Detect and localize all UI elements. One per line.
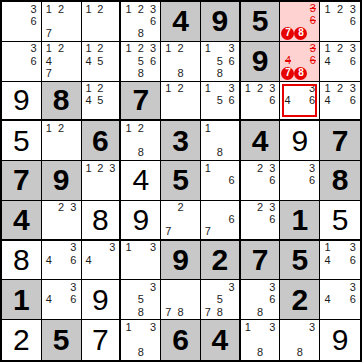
cell-r6c1[interactable]: 4 bbox=[2, 201, 42, 241]
candidate-3: 3 bbox=[147, 281, 159, 293]
cell-r6c4[interactable]: 9 bbox=[121, 201, 161, 241]
candidate-grid: 138 bbox=[121, 320, 160, 360]
given-digit: 4 bbox=[172, 6, 189, 36]
candidate-1: 1 bbox=[202, 162, 214, 174]
candidate-grid: 346 bbox=[320, 280, 360, 319]
candidate-empty bbox=[254, 334, 266, 347]
cell-r7c2[interactable]: 346 bbox=[42, 241, 82, 281]
candidate-empty bbox=[122, 334, 134, 347]
candidate-8: 8 bbox=[214, 67, 226, 79]
candidate-empty bbox=[334, 55, 347, 67]
candidate-1: 1 bbox=[321, 3, 334, 15]
candidate-empty bbox=[334, 294, 347, 306]
candidate-grid: 12 bbox=[82, 2, 120, 41]
candidate-empty bbox=[147, 28, 159, 40]
candidate-empty bbox=[281, 15, 294, 27]
candidate-empty bbox=[174, 226, 186, 238]
candidate-empty bbox=[67, 55, 79, 67]
candidate-empty bbox=[266, 106, 278, 118]
candidate-6: 6 bbox=[67, 294, 79, 306]
candidate-empty bbox=[266, 334, 278, 347]
candidate-3: 3 bbox=[67, 281, 79, 293]
cell-r2c4[interactable]: 123568 bbox=[121, 42, 161, 82]
candidate-empty bbox=[55, 306, 67, 318]
candidate-4: 4 bbox=[321, 94, 334, 106]
cell-r4c1[interactable]: 5 bbox=[2, 121, 42, 161]
candidate-grid: 34 bbox=[82, 241, 120, 280]
cell-r7c3[interactable]: 34 bbox=[82, 241, 122, 281]
candidate-empty bbox=[254, 321, 266, 334]
candidate-empty bbox=[94, 106, 106, 118]
candidate-3: 3 bbox=[346, 242, 359, 254]
cell-r4c6[interactable]: 18 bbox=[201, 121, 241, 161]
candidate-empty bbox=[43, 306, 55, 318]
candidate-2: 2 bbox=[135, 122, 147, 134]
candidate-6: 6 bbox=[226, 214, 238, 226]
cell-r2c6[interactable]: 13568 bbox=[201, 42, 241, 82]
cell-r9c8[interactable]: 38 bbox=[280, 320, 320, 360]
given-digit: 3 bbox=[172, 126, 189, 156]
candidate-empty bbox=[83, 266, 95, 278]
given-digit: 7 bbox=[252, 245, 269, 275]
candidate-empty bbox=[294, 3, 307, 15]
candidate-6: 6 bbox=[226, 174, 238, 186]
candidate-empty bbox=[187, 281, 199, 293]
solved-digit: 2 bbox=[13, 325, 30, 355]
cell-r5c5[interactable]: 5 bbox=[161, 161, 201, 201]
candidate-empty bbox=[83, 28, 95, 40]
candidate-empty bbox=[55, 15, 67, 27]
cell-r8c9[interactable]: 346 bbox=[320, 280, 360, 320]
candidate-empty bbox=[242, 187, 254, 199]
candidate-grid: 3678 bbox=[280, 2, 319, 41]
given-digit: 9 bbox=[53, 165, 70, 195]
cell-r1c4[interactable]: 12368 bbox=[121, 2, 161, 42]
cell-r3c4[interactable]: 7 bbox=[121, 82, 161, 122]
candidate-empty bbox=[122, 135, 134, 147]
candidate-empty bbox=[187, 43, 199, 55]
candidate-empty bbox=[214, 135, 226, 147]
cell-r3c9[interactable]: 12346 bbox=[320, 82, 360, 122]
cell-r8c6[interactable]: 3578 bbox=[201, 280, 241, 320]
cell-r9c7[interactable]: 138 bbox=[241, 320, 281, 360]
candidate-empty bbox=[187, 67, 199, 79]
candidate-8: 8 bbox=[135, 28, 147, 40]
candidate-empty bbox=[106, 187, 118, 199]
cell-r4c4[interactable]: 128 bbox=[121, 121, 161, 161]
candidate-empty bbox=[202, 106, 214, 118]
candidate-grid: 128 bbox=[121, 121, 160, 160]
cell-r5c4[interactable]: 4 bbox=[121, 161, 161, 201]
candidate-3: 3 bbox=[226, 83, 238, 95]
candidate-empty bbox=[94, 187, 106, 199]
candidate-1: 1 bbox=[122, 321, 134, 334]
candidate-8: 8 bbox=[214, 147, 226, 159]
given-digit: 2 bbox=[211, 245, 228, 275]
candidate-empty bbox=[202, 202, 214, 214]
cell-r8c5[interactable]: 78 bbox=[161, 280, 201, 320]
candidate-3: 3 bbox=[306, 162, 318, 174]
candidate-3: 3 bbox=[266, 321, 278, 334]
given-digit: 9 bbox=[211, 6, 228, 36]
candidate-empty bbox=[67, 147, 79, 159]
candidate-empty bbox=[254, 281, 266, 293]
candidate-empty bbox=[55, 28, 67, 40]
candidate-8: 8 bbox=[135, 67, 147, 79]
cell-r6c9[interactable]: 5 bbox=[320, 201, 360, 241]
candidate-empty bbox=[294, 162, 306, 174]
cell-r2c3[interactable]: 1245 bbox=[82, 42, 122, 82]
candidate-6: 6 bbox=[266, 214, 278, 226]
candidate-3: 3 bbox=[67, 202, 79, 214]
candidate-empty bbox=[55, 226, 67, 238]
cell-r1c8[interactable]: 3678 bbox=[280, 2, 320, 42]
candidate-1: 1 bbox=[242, 83, 254, 95]
given-digit: 8 bbox=[332, 165, 349, 195]
candidate-empty bbox=[226, 226, 238, 238]
given-digit: 4 bbox=[211, 325, 228, 355]
candidate-empty bbox=[83, 187, 95, 199]
candidate-empty bbox=[294, 55, 307, 67]
cell-r7c6[interactable]: 2 bbox=[201, 241, 241, 281]
cell-r2c1[interactable]: 36 bbox=[2, 42, 42, 82]
candidate-empty bbox=[67, 226, 79, 238]
candidate-empty bbox=[281, 174, 293, 186]
candidate-2: 2 bbox=[94, 83, 106, 95]
cell-r7c1[interactable]: 8 bbox=[2, 241, 42, 281]
candidate-4: 4 bbox=[321, 254, 334, 266]
given-digit: 5 bbox=[172, 165, 189, 195]
cell-r8c1[interactable]: 1 bbox=[2, 280, 42, 320]
candidate-3: 3 bbox=[346, 281, 359, 293]
candidate-3: 3 bbox=[266, 162, 278, 174]
candidate-empty bbox=[55, 266, 67, 278]
candidate-2: 2 bbox=[254, 83, 266, 95]
candidate-3: 3 bbox=[346, 83, 359, 95]
candidate-empty bbox=[28, 28, 40, 40]
cell-r5c1[interactable]: 7 bbox=[2, 161, 42, 201]
cell-r9c6[interactable]: 4 bbox=[201, 320, 241, 360]
cell-r4c5[interactable]: 3 bbox=[161, 121, 201, 161]
candidate-empty bbox=[43, 226, 55, 238]
cell-r3c5[interactable]: 12 bbox=[161, 82, 201, 122]
candidate-empty bbox=[306, 334, 318, 347]
given-digit: 4 bbox=[252, 126, 269, 156]
cell-r8c3[interactable]: 9 bbox=[82, 280, 122, 320]
cell-r9c2[interactable]: 5 bbox=[42, 320, 82, 360]
given-digit: 9 bbox=[252, 46, 269, 76]
candidate-empty bbox=[122, 306, 134, 318]
candidate-empty bbox=[67, 15, 79, 27]
given-digit: 7 bbox=[13, 165, 30, 195]
candidate-empty bbox=[83, 106, 95, 118]
candidate-empty bbox=[135, 254, 147, 266]
cell-r3c1[interactable]: 9 bbox=[2, 82, 42, 122]
candidate-1: 1 bbox=[83, 43, 95, 55]
cell-r5c8[interactable]: 36 bbox=[280, 161, 320, 201]
candidate-empty bbox=[3, 3, 15, 15]
solved-digit: 7 bbox=[92, 325, 109, 355]
candidate-empty bbox=[334, 106, 347, 118]
candidate-empty bbox=[15, 28, 27, 40]
candidate-4: 4 bbox=[321, 294, 334, 306]
candidate-empty bbox=[202, 94, 214, 106]
cell-r2c9[interactable]: 12346 bbox=[320, 42, 360, 82]
cell-r1c2[interactable]: 127 bbox=[42, 2, 82, 42]
candidate-3: 3 bbox=[67, 242, 79, 254]
cell-r2c5[interactable]: 128 bbox=[161, 42, 201, 82]
candidate-5: 5 bbox=[135, 294, 147, 306]
cell-r8c4[interactable]: 358 bbox=[121, 280, 161, 320]
cell-r6c8[interactable]: 1 bbox=[280, 201, 320, 241]
cell-r3c3[interactable]: 1245 bbox=[82, 82, 122, 122]
candidate-empty bbox=[242, 334, 254, 347]
candidate-2: 2 bbox=[334, 43, 347, 55]
candidate-empty bbox=[214, 214, 226, 226]
candidate-empty bbox=[187, 214, 199, 226]
solved-digit: 5 bbox=[332, 205, 349, 235]
candidate-empty bbox=[226, 147, 238, 159]
candidate-grid: 368 bbox=[241, 280, 280, 319]
candidate-4: 4 bbox=[321, 55, 334, 67]
candidate-empty bbox=[147, 334, 159, 347]
cell-r4c7[interactable]: 4 bbox=[241, 121, 281, 161]
cell-r6c7[interactable]: 236 bbox=[241, 201, 281, 241]
candidate-6: 6 bbox=[307, 15, 318, 27]
candidate-empty bbox=[122, 15, 134, 27]
cell-r4c9[interactable]: 7 bbox=[320, 121, 360, 161]
cell-r4c8[interactable]: 9 bbox=[280, 121, 320, 161]
candidate-2: 2 bbox=[94, 162, 106, 174]
given-digit: 5 bbox=[291, 245, 308, 275]
candidate-6: 6 bbox=[346, 94, 359, 106]
candidate-3: 3 bbox=[28, 43, 40, 55]
candidate-empty bbox=[122, 67, 134, 79]
cell-r1c9[interactable]: 1236 bbox=[320, 2, 360, 42]
candidate-7: 7 bbox=[43, 28, 55, 40]
given-digit: 1 bbox=[13, 285, 30, 315]
candidate-8: 8 bbox=[174, 67, 186, 79]
cell-r6c6[interactable]: 67 bbox=[201, 201, 241, 241]
cell-r6c3[interactable]: 8 bbox=[82, 201, 122, 241]
candidate-5: 5 bbox=[214, 294, 226, 306]
candidate-empty bbox=[147, 122, 159, 134]
candidate-empty bbox=[43, 202, 55, 214]
candidate-3: 3 bbox=[106, 162, 118, 174]
candidate-3: 3 bbox=[346, 43, 359, 55]
candidate-empty bbox=[202, 147, 214, 159]
candidate-empty bbox=[254, 106, 266, 118]
cell-r3c6[interactable]: 1356 bbox=[201, 82, 241, 122]
candidate-8: 8 bbox=[135, 306, 147, 318]
candidate-grid: 346 bbox=[42, 280, 81, 319]
candidate-6: 6 bbox=[306, 174, 318, 186]
candidate-empty bbox=[67, 122, 79, 134]
candidate-empty bbox=[187, 226, 199, 238]
candidate-empty bbox=[55, 135, 67, 147]
candidate-empty bbox=[174, 214, 186, 226]
candidate-empty bbox=[67, 306, 79, 318]
cell-r7c4[interactable]: 13 bbox=[121, 241, 161, 281]
candidate-empty bbox=[306, 187, 318, 199]
candidate-empty bbox=[94, 28, 106, 40]
cell-r8c8[interactable]: 2 bbox=[280, 280, 320, 320]
candidate-grid: 38 bbox=[280, 320, 319, 360]
candidate-3: 3 bbox=[266, 202, 278, 214]
cell-r5c6[interactable]: 16 bbox=[201, 161, 241, 201]
cell-r5c7[interactable]: 236 bbox=[241, 161, 281, 201]
candidate-grid: 1236 bbox=[241, 82, 280, 120]
solved-digit: 8 bbox=[13, 245, 30, 275]
candidate-grid: 12368 bbox=[121, 2, 160, 41]
cell-r7c9[interactable]: 1346 bbox=[320, 241, 360, 281]
candidate-1: 1 bbox=[202, 83, 214, 95]
candidate-empty bbox=[306, 106, 318, 118]
cell-r8c2[interactable]: 346 bbox=[42, 280, 82, 320]
candidate-empty bbox=[55, 254, 67, 266]
candidate-empty bbox=[67, 266, 79, 278]
candidate-empty bbox=[266, 226, 278, 238]
cell-r9c3[interactable]: 7 bbox=[82, 320, 122, 360]
candidate-empty bbox=[135, 242, 147, 254]
candidate-grid: 123568 bbox=[121, 42, 160, 81]
solved-digit: 9 bbox=[92, 285, 109, 315]
candidate-4: 4 bbox=[83, 55, 95, 67]
candidate-6: 6 bbox=[346, 294, 359, 306]
candidate-3: 3 bbox=[307, 3, 318, 15]
candidate-empty bbox=[187, 94, 199, 106]
candidate-grid: 127 bbox=[42, 2, 81, 41]
candidate-1: 1 bbox=[202, 43, 214, 55]
candidate-grid: 1236 bbox=[320, 2, 360, 41]
candidate-1: 1 bbox=[321, 242, 334, 254]
cell-r3c8[interactable]: 346 bbox=[280, 82, 320, 122]
candidate-empty bbox=[242, 294, 254, 306]
cell-r1c5[interactable]: 4 bbox=[161, 2, 201, 42]
cell-r7c8[interactable]: 5 bbox=[280, 241, 320, 281]
cell-r5c3[interactable]: 123 bbox=[82, 161, 122, 201]
candidate-grid: 78 bbox=[161, 280, 200, 319]
candidate-empty bbox=[202, 174, 214, 186]
candidate-empty bbox=[122, 266, 134, 278]
solved-digit: 5 bbox=[13, 126, 30, 156]
candidate-empty bbox=[254, 174, 266, 186]
cell-r3c2[interactable]: 8 bbox=[42, 82, 82, 122]
candidate-empty bbox=[15, 67, 27, 79]
candidate-1: 1 bbox=[43, 43, 55, 55]
cell-r1c3[interactable]: 12 bbox=[82, 2, 122, 42]
candidate-empty bbox=[28, 67, 40, 79]
candidate-empty bbox=[43, 281, 55, 293]
candidate-empty bbox=[43, 266, 55, 278]
candidate-grid: 18 bbox=[201, 121, 239, 160]
candidate-empty bbox=[254, 187, 266, 199]
candidate-empty bbox=[174, 294, 186, 306]
candidate-8: 8 bbox=[135, 346, 147, 359]
cell-r2c8[interactable]: 34678 bbox=[280, 42, 320, 82]
candidate-empty bbox=[346, 266, 359, 278]
cell-r6c5[interactable]: 27 bbox=[161, 201, 201, 241]
candidate-4: 4 bbox=[43, 55, 55, 67]
candidate-grid: 1245 bbox=[82, 82, 120, 120]
candidate-3: 3 bbox=[306, 83, 318, 95]
candidate-empty bbox=[135, 321, 147, 334]
candidate-empty bbox=[135, 334, 147, 347]
cell-r7c7[interactable]: 7 bbox=[241, 241, 281, 281]
cell-r1c1[interactable]: 36 bbox=[2, 2, 42, 42]
candidate-empty bbox=[242, 174, 254, 186]
candidate-empty bbox=[187, 306, 199, 318]
cell-r2c2[interactable]: 1247 bbox=[42, 42, 82, 82]
candidate-empty bbox=[334, 281, 347, 293]
candidate-3: 3 bbox=[346, 3, 359, 15]
cell-r2c7[interactable]: 9 bbox=[241, 42, 281, 82]
candidate-6: 6 bbox=[147, 15, 159, 27]
candidate-empty bbox=[122, 55, 134, 67]
candidate-2: 2 bbox=[254, 162, 266, 174]
candidate-empty bbox=[346, 67, 359, 79]
candidate-5: 5 bbox=[94, 55, 106, 67]
candidate-empty bbox=[15, 43, 27, 55]
cell-r7c5[interactable]: 9 bbox=[161, 241, 201, 281]
cell-r4c3[interactable]: 6 bbox=[82, 121, 122, 161]
cell-r1c7[interactable]: 5 bbox=[241, 2, 281, 42]
cell-r9c1[interactable]: 2 bbox=[2, 320, 42, 360]
candidate-empty bbox=[3, 28, 15, 40]
cell-r9c4[interactable]: 138 bbox=[121, 320, 161, 360]
candidate-empty bbox=[202, 135, 214, 147]
cell-r5c2[interactable]: 9 bbox=[42, 161, 82, 201]
cell-r6c2[interactable]: 23 bbox=[42, 201, 82, 241]
given-digit: 2 bbox=[291, 285, 308, 315]
candidate-empty bbox=[135, 15, 147, 27]
given-digit: 1 bbox=[291, 205, 308, 235]
candidate-empty bbox=[147, 294, 159, 306]
candidate-empty bbox=[106, 15, 118, 27]
candidate-6: 6 bbox=[28, 15, 40, 27]
candidate-empty bbox=[226, 202, 238, 214]
candidate-8: 8 bbox=[214, 306, 226, 318]
candidate-6: 6 bbox=[306, 94, 318, 106]
solved-digit: 9 bbox=[291, 126, 308, 156]
cell-r5c9[interactable]: 8 bbox=[320, 161, 360, 201]
candidate-empty bbox=[214, 187, 226, 199]
candidate-empty bbox=[174, 281, 186, 293]
candidate-empty bbox=[242, 94, 254, 106]
candidate-empty bbox=[202, 187, 214, 199]
candidate-empty bbox=[106, 174, 118, 186]
cell-r1c6[interactable]: 9 bbox=[201, 2, 241, 42]
candidate-3: 3 bbox=[147, 321, 159, 334]
candidate-6: 6 bbox=[147, 55, 159, 67]
candidate-empty bbox=[294, 43, 307, 55]
cell-r3c7[interactable]: 1236 bbox=[241, 82, 281, 122]
candidate-2: 2 bbox=[55, 202, 67, 214]
candidate-empty bbox=[122, 28, 134, 40]
candidate-grid: 123 bbox=[82, 161, 120, 200]
candidate-3: 3 bbox=[28, 3, 40, 15]
candidate-7: 7 bbox=[281, 67, 294, 80]
cell-r9c9[interactable]: 9 bbox=[320, 320, 360, 360]
candidate-3: 3 bbox=[147, 43, 159, 55]
cell-r4c2[interactable]: 12 bbox=[42, 121, 82, 161]
cell-r9c5[interactable]: 6 bbox=[161, 320, 201, 360]
sudoku-board: 3612712123684953678123636124712451235681… bbox=[0, 0, 362, 362]
candidate-empty bbox=[214, 202, 226, 214]
candidate-empty bbox=[334, 94, 347, 106]
cell-r8c7[interactable]: 368 bbox=[241, 280, 281, 320]
candidate-empty bbox=[94, 242, 106, 254]
